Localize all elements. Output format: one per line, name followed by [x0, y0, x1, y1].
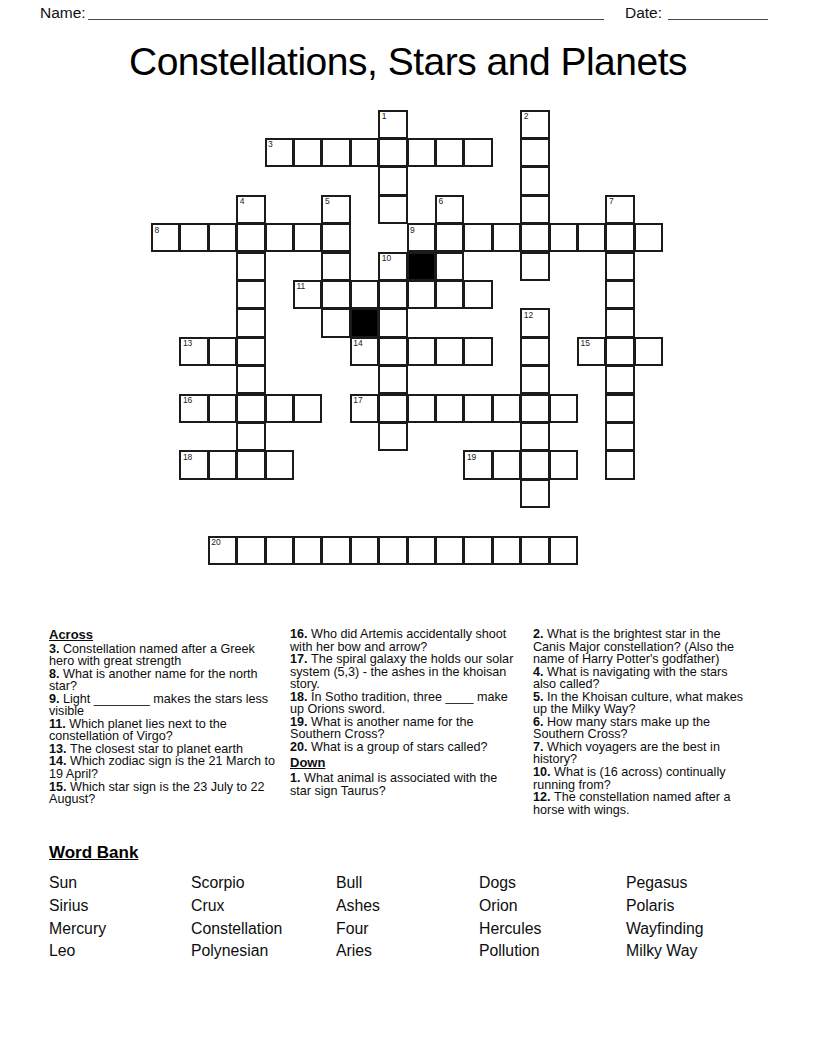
grid-cell-r15-c10[interactable]: [435, 536, 464, 565]
clue-number-7: 7: [609, 196, 614, 206]
grid-cell-r4-c14[interactable]: [549, 223, 578, 252]
grid-cell-r0-c8[interactable]: 1: [378, 110, 407, 139]
clue-number-11: 11: [297, 281, 306, 291]
worksheet-page: Name: Date: Constellations, Stars and Pl…: [0, 0, 816, 1056]
grid-cell-r6-c3[interactable]: [236, 280, 265, 309]
word-bank-word: Four: [336, 918, 479, 941]
clue-number-12: 12: [524, 310, 533, 320]
clue-column-2: 16. Who did Artemis accidentally shoot w…: [290, 628, 542, 797]
grid-cell-r4-c0[interactable]: 8: [151, 223, 180, 252]
clue-number-13: 13: [183, 338, 192, 348]
grid-cell-r8-c8[interactable]: [378, 337, 407, 366]
grid-cell-r12-c3[interactable]: [236, 450, 265, 479]
grid-cell-r12-c4[interactable]: [265, 450, 294, 479]
clue-number-14: 14: [353, 338, 362, 348]
grid-cell-r4-c5[interactable]: [293, 223, 322, 252]
clue-17: 17. The spiral galaxy the holds our sola…: [290, 653, 542, 691]
grid-cell-r8-c15[interactable]: 15: [577, 337, 606, 366]
clue-number-3: 3: [268, 139, 273, 149]
grid-cell-r6-c10[interactable]: [435, 280, 464, 309]
word-bank-word: Pollution: [479, 940, 626, 963]
word-bank-word: Ashes: [336, 895, 479, 918]
clue-number-16: 16: [183, 395, 192, 405]
grid-cell-r15-c7[interactable]: [350, 536, 379, 565]
clue-14: 14. Which zodiac sign is the 21 March to…: [49, 755, 301, 780]
clue-16: 16. Who did Artemis accidentally shoot w…: [290, 628, 542, 653]
grid-cell-r8-c11[interactable]: [463, 337, 492, 366]
grid-cell-r1-c8[interactable]: [378, 138, 407, 167]
grid-cell-r8-c7[interactable]: 14: [350, 337, 379, 366]
clue-5: 5. In the Khoisan culture, what makes up…: [533, 691, 785, 716]
grid-cell-r4-c13[interactable]: [520, 223, 549, 252]
grid-cell-r10-c13[interactable]: [520, 394, 549, 423]
grid-cell-r4-c16[interactable]: [605, 223, 634, 252]
grid-cell-r15-c9[interactable]: [407, 536, 436, 565]
grid-cell-r1-c10[interactable]: [435, 138, 464, 167]
grid-cell-r10-c12[interactable]: [492, 394, 521, 423]
grid-cell-r8-c3[interactable]: [236, 337, 265, 366]
grid-cell-r4-c9[interactable]: 9: [407, 223, 436, 252]
clue-15: 15. Which star sign is the 23 July to 22…: [49, 781, 301, 806]
grid-cell-r5-c8[interactable]: 10: [378, 252, 407, 281]
word-bank-column-2: ScorpioCruxConstellationPolynesian: [191, 872, 336, 963]
grid-cell-r5-c16[interactable]: [605, 252, 634, 281]
grid-cell-r9-c16[interactable]: [605, 365, 634, 394]
grid-cell-r10-c4[interactable]: [265, 394, 294, 423]
grid-cell-r6-c7[interactable]: [350, 280, 379, 309]
clue-10: 10. What is (16 across) continually runn…: [533, 766, 785, 791]
word-bank-word: Constellation: [191, 918, 336, 941]
clue-20: 20. What is a group of stars called?: [290, 741, 542, 754]
grid-cell-r6-c8[interactable]: [378, 280, 407, 309]
grid-cell-r10-c3[interactable]: [236, 394, 265, 423]
grid-cell-r6-c11[interactable]: [463, 280, 492, 309]
grid-cell-r10-c1[interactable]: 16: [179, 394, 208, 423]
grid-cell-r4-c17[interactable]: [634, 223, 663, 252]
word-bank-word: Polaris: [626, 895, 704, 918]
word-bank-word: Aries: [336, 940, 479, 963]
clue-11: 11. Which planet lies next to the conste…: [49, 718, 301, 743]
word-bank-word: Leo: [49, 940, 191, 963]
grid-cell-r4-c1[interactable]: [179, 223, 208, 252]
word-bank-word: Orion: [479, 895, 626, 918]
grid-cell-r9-c13[interactable]: [520, 365, 549, 394]
grid-cell-r1-c13[interactable]: [520, 138, 549, 167]
date-label: Date:: [625, 4, 662, 22]
grid-cell-r5-c10[interactable]: [435, 252, 464, 281]
word-bank-header: Word Bank: [49, 843, 789, 863]
grid-cell-r5-c13[interactable]: [520, 252, 549, 281]
grid-cell-r7-c8[interactable]: [378, 308, 407, 337]
grid-cell-r15-c14[interactable]: [549, 536, 578, 565]
name-label: Name:: [40, 4, 86, 22]
grid-cell-r1-c5[interactable]: [293, 138, 322, 167]
grid-cell-r6-c9[interactable]: [407, 280, 436, 309]
clue-6: 6. How many stars make up the Southern C…: [533, 716, 785, 741]
grid-cell-r0-c13[interactable]: 2: [520, 110, 549, 139]
clue-column-1: Across3. Constellation named after a Gre…: [49, 628, 301, 806]
clue-number-17: 17: [353, 395, 362, 405]
clue-12: 12. The constellation named after a hors…: [533, 791, 785, 816]
grid-cell-r3-c16[interactable]: 7: [605, 195, 634, 224]
grid-cell-r1-c4[interactable]: 3: [265, 138, 294, 167]
grid-cell-r4-c2[interactable]: [208, 223, 237, 252]
clue-number-1: 1: [382, 111, 387, 121]
grid-cell-r15-c3[interactable]: [236, 536, 265, 565]
clue-2: 2. What is the brightest star in the Can…: [533, 628, 785, 666]
grid-cell-r6-c5[interactable]: 11: [293, 280, 322, 309]
grid-cell-r3-c3[interactable]: 4: [236, 195, 265, 224]
grid-cell-r15-c2[interactable]: 20: [208, 536, 237, 565]
grid-cell-r12-c16[interactable]: [605, 450, 634, 479]
grid-cell-r1-c6[interactable]: [321, 138, 350, 167]
grid-cell-r11-c16[interactable]: [605, 422, 634, 451]
grid-cell-r15-c8[interactable]: [378, 536, 407, 565]
clue-number-2: 2: [524, 111, 529, 121]
clue-7: 7. Which voyagers are the best in histor…: [533, 741, 785, 766]
grid-cell-r4-c6[interactable]: [321, 223, 350, 252]
word-bank: Word Bank SunSiriusMercuryLeoScorpioCrux…: [49, 843, 789, 963]
clue-number-5: 5: [325, 196, 330, 206]
grid-cell-r4-c12[interactable]: [492, 223, 521, 252]
grid-cell-r11-c3[interactable]: [236, 422, 265, 451]
grid-cell-r12-c12[interactable]: [492, 450, 521, 479]
clue-4: 4. What is navigating with the stars als…: [533, 666, 785, 691]
clue-number-19: 19: [467, 452, 476, 462]
word-bank-column-4: DogsOrionHerculesPollution: [479, 872, 626, 963]
word-bank-word: Hercules: [479, 918, 626, 941]
grid-cell-r8-c2[interactable]: [208, 337, 237, 366]
grid-cell-r3-c13[interactable]: [520, 195, 549, 224]
clue-number-15: 15: [581, 338, 590, 348]
word-bank-word: Polynesian: [191, 940, 336, 963]
grid-cell-r8-c1[interactable]: 13: [179, 337, 208, 366]
grid-cell-r15-c6[interactable]: [321, 536, 350, 565]
word-bank-word: Sun: [49, 872, 191, 895]
grid-cell-r10-c14[interactable]: [549, 394, 578, 423]
grid-cell-r5-c3[interactable]: [236, 252, 265, 281]
grid-cell-r12-c13[interactable]: [520, 450, 549, 479]
grid-cell-r12-c11[interactable]: 19: [463, 450, 492, 479]
clue-3: 3. Constellation named after a Greek her…: [49, 643, 301, 668]
grid-cell-r6-c16[interactable]: [605, 280, 634, 309]
word-bank-word: Bull: [336, 872, 479, 895]
word-bank-word: Milky Way: [626, 940, 704, 963]
grid-cell-r10-c9[interactable]: [407, 394, 436, 423]
grid-cell-r10-c11[interactable]: [463, 394, 492, 423]
grid-cell-r3-c10[interactable]: 6: [435, 195, 464, 224]
grid-cell-r1-c7[interactable]: [350, 138, 379, 167]
grid-cell-r13-c13[interactable]: [520, 479, 549, 508]
grid-cell-r4-c11[interactable]: [463, 223, 492, 252]
grid-cell-r8-c9[interactable]: [407, 337, 436, 366]
grid-cell-r7-c13[interactable]: 12: [520, 308, 549, 337]
grid-cell-r10-c5[interactable]: [293, 394, 322, 423]
clue-number-6: 6: [439, 196, 444, 206]
clues-section-header-down: Down: [290, 756, 542, 770]
grid-cell-r12-c1[interactable]: 18: [179, 450, 208, 479]
grid-cell-r8-c16[interactable]: [605, 337, 634, 366]
page-title: Constellations, Stars and Planets: [0, 40, 816, 84]
grid-cell-r12-c2[interactable]: [208, 450, 237, 479]
clue-19: 19. What is another name for the Souther…: [290, 716, 542, 741]
clue-9: 9. Light ________ makes the stars less v…: [49, 693, 301, 718]
grid-cell-r7-c6[interactable]: [321, 308, 350, 337]
clue-number-4: 4: [240, 196, 245, 206]
grid-cell-r7-c16[interactable]: [605, 308, 634, 337]
clue-number-20: 20: [211, 537, 220, 547]
grid-cell-r3-c8[interactable]: [378, 195, 407, 224]
grid-cell-r12-c14[interactable]: [549, 450, 578, 479]
black-cell: [407, 252, 436, 281]
grid-cell-r11-c8[interactable]: [378, 422, 407, 451]
word-bank-column-1: SunSiriusMercuryLeo: [49, 872, 191, 963]
grid-cell-r4-c15[interactable]: [577, 223, 606, 252]
word-bank-word: Sirius: [49, 895, 191, 918]
clue-column-3: 2. What is the brightest star in the Can…: [533, 628, 785, 816]
word-bank-columns: SunSiriusMercuryLeoScorpioCruxConstellat…: [49, 872, 789, 963]
grid-cell-r10-c16[interactable]: [605, 394, 634, 423]
grid-cell-r3-c6[interactable]: 5: [321, 195, 350, 224]
grid-cell-r15-c12[interactable]: [492, 536, 521, 565]
grid-cell-r8-c13[interactable]: [520, 337, 549, 366]
grid-cell-r10-c7[interactable]: 17: [350, 394, 379, 423]
clues-section-header-across: Across: [49, 628, 301, 642]
word-bank-word: Pegasus: [626, 872, 704, 895]
grid-cell-r10-c2[interactable]: [208, 394, 237, 423]
grid-cell-r1-c9[interactable]: [407, 138, 436, 167]
grid-cell-r5-c6[interactable]: [321, 252, 350, 281]
grid-cell-r6-c6[interactable]: [321, 280, 350, 309]
word-bank-column-3: BullAshesFourAries: [336, 872, 479, 963]
grid-cell-r2-c13[interactable]: [520, 166, 549, 195]
clue-number-9: 9: [410, 225, 415, 235]
clue-1: 1. What animal is associated with the st…: [290, 772, 542, 797]
word-bank-word: Mercury: [49, 918, 191, 941]
grid-cell-r4-c10[interactable]: [435, 223, 464, 252]
grid-cell-r1-c11[interactable]: [463, 138, 492, 167]
grid-cell-r8-c10[interactable]: [435, 337, 464, 366]
clue-number-8: 8: [155, 225, 160, 235]
word-bank-word: Crux: [191, 895, 336, 918]
grid-cell-r9-c8[interactable]: [378, 365, 407, 394]
clue-number-10: 10: [382, 253, 391, 263]
grid-cell-r8-c17[interactable]: [634, 337, 663, 366]
word-bank-word: Dogs: [479, 872, 626, 895]
grid-cell-r4-c3[interactable]: [236, 223, 265, 252]
grid-cell-r15-c13[interactable]: [520, 536, 549, 565]
clue-number-18: 18: [183, 452, 192, 462]
grid-cell-r4-c4[interactable]: [265, 223, 294, 252]
grid-cell-r10-c8[interactable]: [378, 394, 407, 423]
crossword-grid: 1234567891011121314151617181920: [152, 110, 665, 566]
grid-cell-r15-c4[interactable]: [265, 536, 294, 565]
black-cell: [350, 308, 379, 337]
clue-18: 18. In Sotho tradition, three ____ make …: [290, 691, 542, 716]
grid-cell-r11-c13[interactable]: [520, 422, 549, 451]
word-bank-column-5: PegasusPolarisWayfindingMilky Way: [626, 872, 704, 963]
word-bank-word: Wayfinding: [626, 918, 704, 941]
grid-cell-r15-c11[interactable]: [463, 536, 492, 565]
word-bank-word: Scorpio: [191, 872, 336, 895]
grid-cell-r2-c8[interactable]: [378, 166, 407, 195]
grid-cell-r7-c3[interactable]: [236, 308, 265, 337]
grid-cell-r9-c3[interactable]: [236, 365, 265, 394]
name-blank-line: [88, 3, 604, 20]
grid-cell-r15-c5[interactable]: [293, 536, 322, 565]
grid-cell-r10-c10[interactable]: [435, 394, 464, 423]
clue-8: 8. What is another name for the north st…: [49, 668, 301, 693]
date-blank-line: [668, 3, 768, 20]
